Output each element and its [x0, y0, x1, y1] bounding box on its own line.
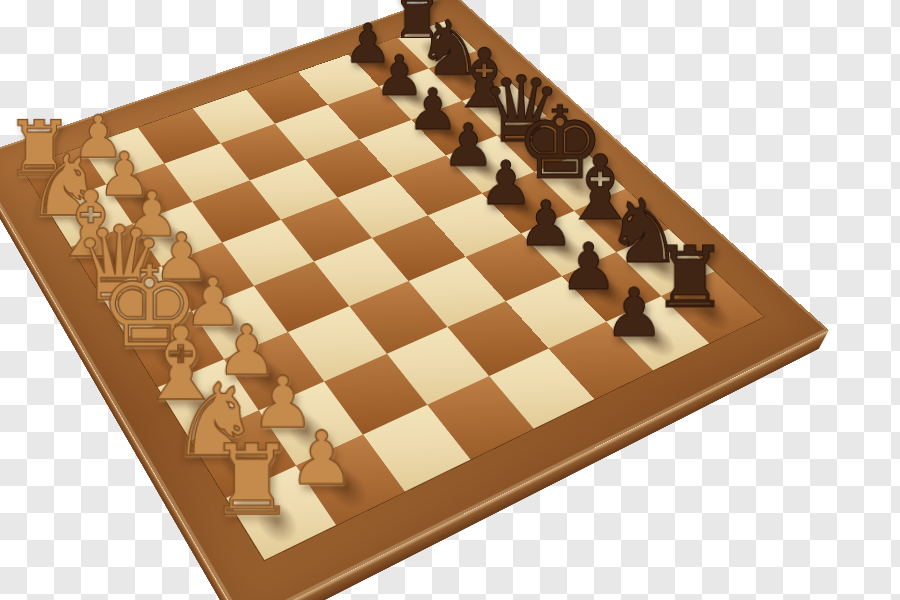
white-rook-h1[interactable]: ♜: [208, 432, 295, 529]
chessboard: ♜♞♝♛♚♝♞♜♟♟♟♟♟♟♟♟♟♟♟♟♟♟♟♟♜♞♝♛♚♝♞♜: [0, 0, 829, 600]
board-grid: ♜♞♝♛♚♝♞♜♟♟♟♟♟♟♟♟♟♟♟♟♟♟♟♟♜♞♝♛♚♝♞♜: [22, 21, 763, 560]
board-surface: ♜♞♝♛♚♝♞♜♟♟♟♟♟♟♟♟♟♟♟♟♟♟♟♟♜♞♝♛♚♝♞♜: [0, 0, 829, 600]
white-pawn-h2[interactable]: ♟: [288, 421, 354, 495]
black-pawn-h7[interactable]: ♟: [604, 279, 664, 346]
chessboard-scene: ♜♞♝♛♚♝♞♜♟♟♟♟♟♟♟♟♟♟♟♟♟♟♟♟♜♞♝♛♚♝♞♜: [0, 0, 900, 600]
square-h2[interactable]: ♟: [296, 435, 405, 525]
transparent-background: ♜♞♝♛♚♝♞♜♟♟♟♟♟♟♟♟♟♟♟♟♟♟♟♟♜♞♝♛♚♝♞♜: [0, 0, 900, 600]
